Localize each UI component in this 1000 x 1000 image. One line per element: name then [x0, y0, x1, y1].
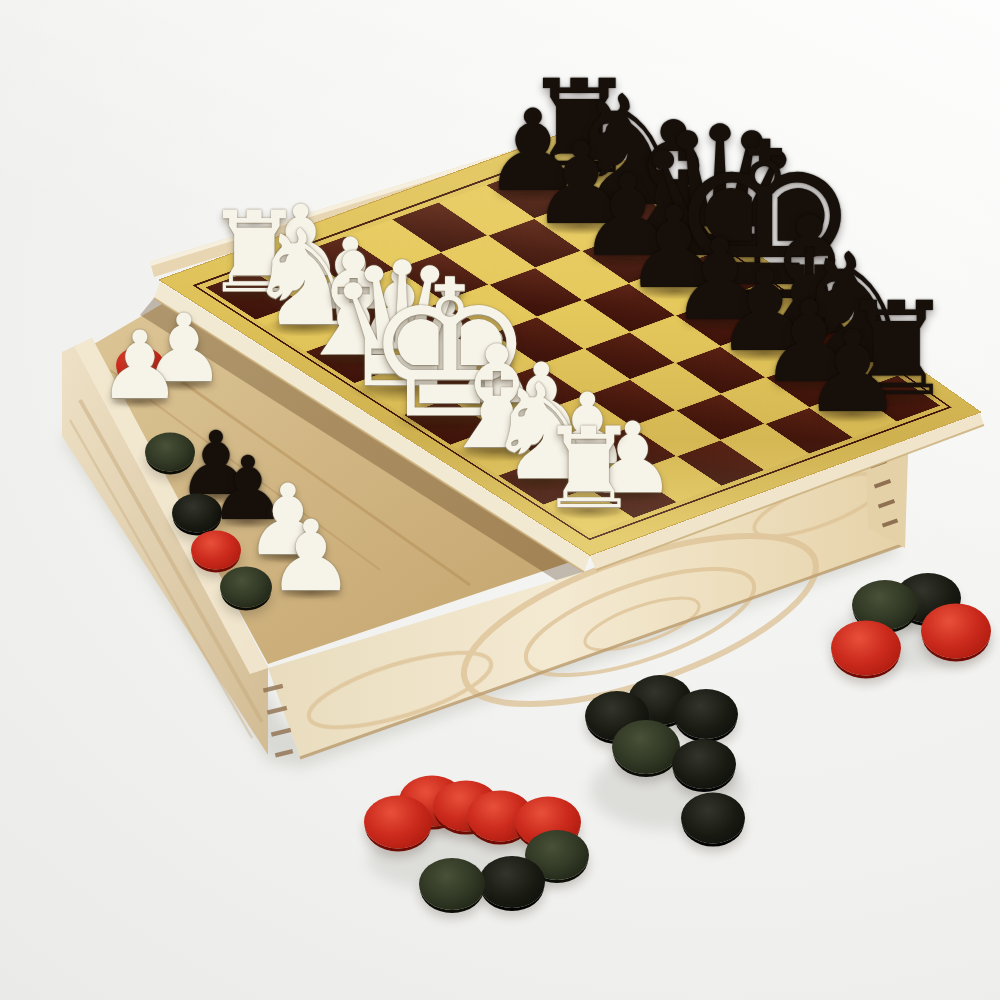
checker-olive-bottom-left[interactable] [419, 858, 485, 910]
tray-white-pawn[interactable]: ♟ [267, 507, 355, 605]
checker-red-bottom-left[interactable] [364, 796, 432, 849]
checker-red-upper-right[interactable] [921, 604, 991, 659]
checker-black-middle[interactable] [681, 793, 745, 844]
tray-white-pawn[interactable]: ♟ [98, 319, 182, 413]
checker-black-middle[interactable] [672, 739, 736, 789]
black-pawn-h7[interactable]: ♟ [802, 315, 903, 428]
checker-olive-middle[interactable] [612, 720, 680, 774]
checker-black-bottom-left[interactable] [479, 856, 545, 908]
checker-black-middle[interactable] [674, 689, 738, 739]
white-rook-h1[interactable]: ♜ [539, 413, 639, 525]
tray-checker-red[interactable] [191, 531, 241, 570]
checker-red-upper-right[interactable] [831, 621, 901, 676]
tray-checker-olive[interactable] [220, 567, 272, 608]
product-photo-scene: Wooden chess and checkers combination bo… [0, 0, 1000, 1000]
